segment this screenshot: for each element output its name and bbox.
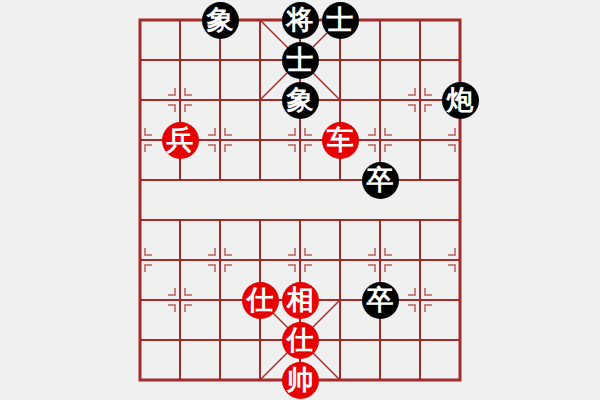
piece-black-advisor[interactable]: 士 [282, 42, 319, 79]
piece-black-elephant[interactable]: 象 [202, 2, 239, 39]
board-point: 士 [280, 40, 320, 80]
board-point: 车 [320, 120, 360, 160]
board-point: 相 [280, 280, 320, 320]
piece-black-advisor[interactable]: 士 [322, 2, 359, 39]
piece-red-elephant[interactable]: 相 [282, 282, 319, 319]
piece-red-general[interactable]: 帅 [282, 362, 319, 399]
piece-red-advisor[interactable]: 仕 [242, 282, 279, 319]
board-point: 卒 [360, 280, 400, 320]
piece-black-pawn[interactable]: 卒 [362, 282, 399, 319]
piece-black-general[interactable]: 将 [282, 2, 319, 39]
piece-black-cannon[interactable]: 炮 [442, 82, 479, 119]
piece-red-chariot[interactable]: 车 [322, 122, 359, 159]
piece-black-elephant[interactable]: 象 [282, 82, 319, 119]
piece-black-pawn[interactable]: 卒 [362, 162, 399, 199]
board-point: 帅 [280, 360, 320, 400]
board-point: 兵 [160, 120, 200, 160]
board-point: 士 [320, 0, 360, 40]
board-point: 象 [280, 80, 320, 120]
xiangqi-screenshot: 象将士士象炮兵车卒仕相卒仕帅 [0, 0, 600, 400]
piece-red-advisor[interactable]: 仕 [282, 322, 319, 359]
board-point: 象 [200, 0, 240, 40]
board-point: 卒 [360, 160, 400, 200]
xiangqi-board: 象将士士象炮兵车卒仕相卒仕帅 [120, 0, 480, 400]
board-point: 仕 [280, 320, 320, 360]
board-point: 炮 [440, 80, 480, 120]
board-point: 仕 [240, 280, 280, 320]
board-point: 将 [280, 0, 320, 40]
piece-red-pawn[interactable]: 兵 [162, 122, 199, 159]
